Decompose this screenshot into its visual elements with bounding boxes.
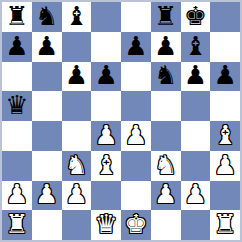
black-rook[interactable]: ♜ bbox=[154, 3, 177, 29]
square-c8[interactable]: ♝ bbox=[62, 2, 92, 32]
square-b2[interactable]: ♟ bbox=[32, 181, 62, 211]
square-e1[interactable]: ♚ bbox=[121, 210, 151, 240]
square-c7[interactable] bbox=[62, 32, 92, 62]
white-king[interactable]: ♚ bbox=[124, 211, 147, 237]
white-queen[interactable]: ♛ bbox=[94, 211, 117, 237]
square-c2[interactable]: ♟ bbox=[62, 181, 92, 211]
square-a2[interactable]: ♟ bbox=[2, 181, 32, 211]
white-bishop[interactable]: ♝ bbox=[213, 122, 236, 148]
black-pawn[interactable]: ♟ bbox=[65, 62, 88, 88]
white-bishop[interactable]: ♝ bbox=[94, 152, 117, 178]
square-c4[interactable] bbox=[62, 121, 92, 151]
square-h6[interactable]: ♟ bbox=[210, 62, 240, 92]
white-pawn[interactable]: ♟ bbox=[124, 122, 147, 148]
square-f2[interactable]: ♟ bbox=[151, 181, 181, 211]
chess-board: ♜♞♝♜♚♟♟♟♟♝♟♟♞♟♟♛♟♟♝♞♝♞♟♟♟♟♟♟♜♛♚♜ bbox=[0, 0, 242, 242]
square-g8[interactable]: ♚ bbox=[181, 2, 211, 32]
square-h4[interactable]: ♝ bbox=[210, 121, 240, 151]
square-h5[interactable] bbox=[210, 91, 240, 121]
black-pawn[interactable]: ♟ bbox=[94, 62, 117, 88]
black-pawn[interactable]: ♟ bbox=[154, 33, 177, 59]
square-d4[interactable]: ♟ bbox=[91, 121, 121, 151]
square-h3[interactable]: ♟ bbox=[210, 151, 240, 181]
square-d8[interactable] bbox=[91, 2, 121, 32]
white-pawn[interactable]: ♟ bbox=[5, 181, 28, 207]
square-c6[interactable]: ♟ bbox=[62, 62, 92, 92]
white-pawn[interactable]: ♟ bbox=[154, 181, 177, 207]
square-b1[interactable] bbox=[32, 210, 62, 240]
square-d3[interactable]: ♝ bbox=[91, 151, 121, 181]
black-queen[interactable]: ♛ bbox=[5, 92, 28, 118]
square-a6[interactable] bbox=[2, 62, 32, 92]
square-g3[interactable] bbox=[181, 151, 211, 181]
square-d7[interactable] bbox=[91, 32, 121, 62]
white-pawn[interactable]: ♟ bbox=[213, 152, 236, 178]
square-a3[interactable] bbox=[2, 151, 32, 181]
square-g5[interactable] bbox=[181, 91, 211, 121]
black-pawn[interactable]: ♟ bbox=[213, 62, 236, 88]
black-knight[interactable]: ♞ bbox=[35, 3, 58, 29]
black-rook[interactable]: ♜ bbox=[5, 3, 28, 29]
square-f3[interactable]: ♞ bbox=[151, 151, 181, 181]
square-d2[interactable] bbox=[91, 181, 121, 211]
square-e2[interactable] bbox=[121, 181, 151, 211]
white-pawn[interactable]: ♟ bbox=[184, 181, 207, 207]
black-king[interactable]: ♚ bbox=[184, 3, 207, 29]
square-d6[interactable]: ♟ bbox=[91, 62, 121, 92]
square-g7[interactable]: ♝ bbox=[181, 32, 211, 62]
square-g4[interactable] bbox=[181, 121, 211, 151]
square-c5[interactable] bbox=[62, 91, 92, 121]
black-bishop[interactable]: ♝ bbox=[65, 3, 88, 29]
square-c3[interactable]: ♞ bbox=[62, 151, 92, 181]
square-g6[interactable]: ♟ bbox=[181, 62, 211, 92]
square-h7[interactable] bbox=[210, 32, 240, 62]
square-a8[interactable]: ♜ bbox=[2, 2, 32, 32]
square-a5[interactable]: ♛ bbox=[2, 91, 32, 121]
black-pawn[interactable]: ♟ bbox=[5, 33, 28, 59]
square-c1[interactable] bbox=[62, 210, 92, 240]
black-pawn[interactable]: ♟ bbox=[184, 62, 207, 88]
white-knight[interactable]: ♞ bbox=[154, 152, 177, 178]
square-g2[interactable]: ♟ bbox=[181, 181, 211, 211]
square-e4[interactable]: ♟ bbox=[121, 121, 151, 151]
white-pawn[interactable]: ♟ bbox=[65, 181, 88, 207]
square-a4[interactable] bbox=[2, 121, 32, 151]
square-d1[interactable]: ♛ bbox=[91, 210, 121, 240]
black-pawn[interactable]: ♟ bbox=[124, 33, 147, 59]
square-f5[interactable] bbox=[151, 91, 181, 121]
square-b6[interactable] bbox=[32, 62, 62, 92]
square-b4[interactable] bbox=[32, 121, 62, 151]
square-f8[interactable]: ♜ bbox=[151, 2, 181, 32]
square-e7[interactable]: ♟ bbox=[121, 32, 151, 62]
square-f7[interactable]: ♟ bbox=[151, 32, 181, 62]
square-e3[interactable] bbox=[121, 151, 151, 181]
square-h1[interactable]: ♜ bbox=[210, 210, 240, 240]
square-h2[interactable] bbox=[210, 181, 240, 211]
square-f1[interactable] bbox=[151, 210, 181, 240]
square-a1[interactable]: ♜ bbox=[2, 210, 32, 240]
square-b7[interactable]: ♟ bbox=[32, 32, 62, 62]
square-a7[interactable]: ♟ bbox=[2, 32, 32, 62]
square-f4[interactable] bbox=[151, 121, 181, 151]
black-bishop[interactable]: ♝ bbox=[184, 33, 207, 59]
square-e8[interactable] bbox=[121, 2, 151, 32]
white-knight[interactable]: ♞ bbox=[65, 152, 88, 178]
white-pawn[interactable]: ♟ bbox=[35, 181, 58, 207]
black-knight[interactable]: ♞ bbox=[154, 62, 177, 88]
square-e5[interactable] bbox=[121, 91, 151, 121]
square-b5[interactable] bbox=[32, 91, 62, 121]
square-h8[interactable] bbox=[210, 2, 240, 32]
white-pawn[interactable]: ♟ bbox=[94, 122, 117, 148]
square-d5[interactable] bbox=[91, 91, 121, 121]
square-b3[interactable] bbox=[32, 151, 62, 181]
white-rook[interactable]: ♜ bbox=[5, 211, 28, 237]
square-e6[interactable] bbox=[121, 62, 151, 92]
square-g1[interactable] bbox=[181, 210, 211, 240]
square-b8[interactable]: ♞ bbox=[32, 2, 62, 32]
square-f6[interactable]: ♞ bbox=[151, 62, 181, 92]
white-rook[interactable]: ♜ bbox=[213, 211, 236, 237]
black-pawn[interactable]: ♟ bbox=[35, 33, 58, 59]
